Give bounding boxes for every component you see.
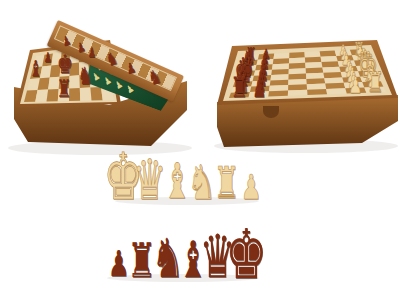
board-square xyxy=(320,51,337,57)
board-square xyxy=(258,54,274,60)
board-square xyxy=(360,76,381,82)
board-square xyxy=(306,73,324,79)
board-square xyxy=(257,59,274,65)
board-square xyxy=(289,57,305,63)
board-square xyxy=(60,64,70,77)
board-square xyxy=(306,78,325,84)
board-square xyxy=(289,63,306,69)
board-square xyxy=(305,57,322,63)
board-square xyxy=(69,75,80,88)
board-square xyxy=(288,84,307,90)
board-square xyxy=(249,91,269,97)
board-square xyxy=(233,81,253,87)
board-square xyxy=(268,90,288,96)
board-square xyxy=(274,53,290,59)
board-square xyxy=(271,69,289,75)
board-square xyxy=(289,52,305,58)
board-square xyxy=(324,77,343,83)
board-square xyxy=(254,70,272,76)
board-square xyxy=(345,87,366,93)
board-square xyxy=(352,54,370,60)
board-square xyxy=(242,54,259,60)
board-square xyxy=(339,66,358,72)
board-square xyxy=(237,70,256,76)
board-square xyxy=(235,76,254,82)
board-square xyxy=(321,56,338,62)
board-square xyxy=(50,65,61,78)
board-square xyxy=(69,88,80,101)
board-square xyxy=(305,51,321,57)
board-square xyxy=(288,90,308,96)
board-square xyxy=(288,79,307,85)
board-square xyxy=(269,85,288,91)
ground-shadow xyxy=(107,274,259,282)
board-square xyxy=(307,89,327,95)
board-square xyxy=(322,61,340,67)
board-square xyxy=(323,72,342,78)
product-photo-scene: ♟♟♟♟♟♟♟♟♟ ♟♟♞♟♞ ♜♟♟♜♞♟♟♞♝♟♟♝♛♟♟♛♚♟♟♚♝♟♟♝… xyxy=(0,0,400,300)
board-square xyxy=(272,64,289,70)
board-square xyxy=(364,87,386,93)
board-square xyxy=(305,62,322,68)
board-square xyxy=(335,50,352,56)
board-square xyxy=(59,76,70,89)
board-square xyxy=(338,61,356,67)
board-square xyxy=(358,71,378,77)
board-square xyxy=(47,89,59,102)
board-square xyxy=(306,67,324,73)
board-square xyxy=(253,75,272,81)
board-square xyxy=(336,55,354,61)
board-square xyxy=(341,71,360,77)
board-square xyxy=(251,80,270,86)
board-square xyxy=(307,84,326,90)
board-square xyxy=(289,68,306,74)
board-square xyxy=(58,89,70,102)
board-square xyxy=(238,65,256,71)
board-square xyxy=(350,49,368,55)
board-square xyxy=(271,74,289,80)
board-square xyxy=(270,80,289,86)
board-square xyxy=(240,60,258,66)
board-square xyxy=(325,83,345,89)
board-square xyxy=(344,82,365,88)
board-square xyxy=(342,77,362,83)
board-square xyxy=(250,86,270,92)
board-square xyxy=(231,87,251,93)
board-square xyxy=(322,67,340,73)
board-square xyxy=(229,92,250,98)
board-square xyxy=(70,63,80,77)
board-square xyxy=(362,81,383,87)
ground-shadow xyxy=(115,197,259,205)
board-square xyxy=(90,87,102,101)
board-square xyxy=(48,77,60,90)
board-square xyxy=(255,64,273,70)
board-square xyxy=(356,65,375,71)
board-square xyxy=(326,88,347,94)
board-square xyxy=(80,88,92,101)
board-square xyxy=(354,60,373,66)
board-square xyxy=(288,74,306,80)
board-square xyxy=(273,58,289,64)
